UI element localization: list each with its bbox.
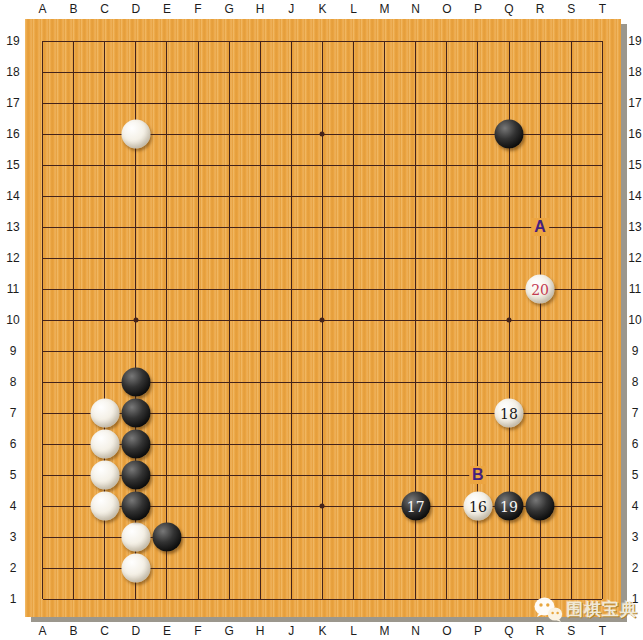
grid-line-horizontal (43, 351, 603, 352)
coord-bottom-O: O (442, 624, 451, 638)
coord-right-9: 9 (632, 344, 639, 358)
move-number: 18 (500, 406, 518, 420)
coord-bottom-P: P (474, 624, 482, 638)
coord-right-13: 13 (628, 220, 641, 234)
move-number: 16 (469, 499, 487, 513)
coord-top-Q: Q (504, 2, 513, 16)
move-number: 19 (500, 499, 518, 513)
coord-left-8: 8 (10, 375, 17, 389)
grid-line-vertical (571, 41, 572, 599)
coord-bottom-L: L (350, 624, 357, 638)
coord-bottom-B: B (70, 624, 78, 638)
coord-bottom-S: S (567, 624, 575, 638)
stone-black-E3[interactable] (152, 523, 181, 552)
variation-label-B[interactable]: B (469, 466, 487, 484)
grid-line-vertical (384, 41, 385, 599)
stone-white-C5[interactable] (90, 461, 119, 490)
move-number: 20 (531, 282, 549, 296)
coord-bottom-R: R (536, 624, 545, 638)
coord-top-M: M (380, 2, 390, 16)
coord-right-15: 15 (628, 158, 641, 172)
variation-label-A[interactable]: A (531, 218, 549, 236)
coord-top-F: F (194, 2, 201, 16)
coord-top-B: B (70, 2, 78, 16)
grid-line-vertical (353, 41, 354, 599)
stone-white-C7[interactable] (90, 399, 119, 428)
coord-right-18: 18 (628, 65, 641, 79)
coord-left-16: 16 (6, 127, 19, 141)
coord-bottom-H: H (256, 624, 265, 638)
coord-left-12: 12 (6, 251, 19, 265)
stone-white-D2[interactable] (121, 554, 150, 583)
coord-top-C: C (100, 2, 109, 16)
stone-white-D3[interactable] (121, 523, 150, 552)
stone-black-D7[interactable] (121, 399, 150, 428)
watermark-text: 围棋宝典 (566, 598, 638, 621)
coord-left-11: 11 (7, 282, 19, 296)
coord-left-13: 13 (6, 220, 19, 234)
coord-left-7: 7 (10, 406, 17, 420)
star-point-D10 (133, 318, 138, 323)
wechat-icon (533, 597, 563, 622)
coord-top-N: N (411, 2, 420, 16)
stone-white-R11[interactable]: 20 (526, 275, 555, 304)
star-point-K10 (320, 318, 325, 323)
coord-left-6: 6 (10, 437, 17, 451)
coord-right-14: 14 (628, 189, 641, 203)
coord-top-D: D (131, 2, 140, 16)
coord-bottom-E: E (163, 624, 171, 638)
coord-top-R: R (536, 2, 545, 16)
stone-black-D6[interactable] (121, 430, 150, 459)
coord-left-10: 10 (6, 313, 19, 327)
coord-bottom-Q: Q (504, 624, 513, 638)
watermark: 围棋宝典 (533, 597, 638, 622)
coord-left-15: 15 (6, 158, 19, 172)
stone-white-C6[interactable] (90, 430, 119, 459)
star-point-K4 (320, 504, 325, 509)
stone-white-D16[interactable] (121, 120, 150, 149)
stone-black-R4[interactable] (526, 492, 555, 521)
coord-top-J: J (288, 2, 294, 16)
coord-right-3: 3 (632, 530, 639, 544)
coord-left-19: 19 (6, 34, 19, 48)
coord-right-10: 10 (628, 313, 641, 327)
stone-black-Q16[interactable] (495, 120, 524, 149)
coord-top-L: L (350, 2, 357, 16)
coord-left-3: 3 (10, 530, 17, 544)
grid-line-vertical (602, 41, 603, 599)
coord-top-K: K (318, 2, 326, 16)
go-diagram-screen: 1618201719AB AABBCCDDEEFFGGHHJJKKLLMMNNO… (0, 0, 643, 640)
move-number: 17 (407, 499, 425, 513)
star-point-K16 (320, 132, 325, 137)
coord-right-5: 5 (632, 468, 639, 482)
stone-black-Q4[interactable]: 19 (495, 492, 524, 521)
stone-white-C4[interactable] (90, 492, 119, 521)
coord-bottom-A: A (38, 624, 46, 638)
coord-right-4: 4 (632, 499, 639, 513)
coord-left-9: 9 (10, 344, 17, 358)
coord-left-14: 14 (6, 189, 19, 203)
grid-line-vertical (446, 41, 447, 599)
coord-right-8: 8 (632, 375, 639, 389)
coord-bottom-C: C (100, 624, 109, 638)
coord-right-11: 11 (629, 282, 641, 296)
coord-top-P: P (474, 2, 482, 16)
coord-top-T: T (599, 2, 606, 16)
coord-bottom-T: T (599, 624, 606, 638)
coord-bottom-G: G (224, 624, 233, 638)
stone-black-D4[interactable] (121, 492, 150, 521)
coord-right-6: 6 (632, 437, 639, 451)
coord-left-1: 1 (10, 592, 17, 606)
coord-bottom-D: D (131, 624, 140, 638)
coord-right-19: 19 (628, 34, 641, 48)
stone-black-D5[interactable] (121, 461, 150, 490)
coord-bottom-M: M (380, 624, 390, 638)
coord-right-7: 7 (632, 406, 639, 420)
coord-left-17: 17 (6, 96, 19, 110)
stone-black-D8[interactable] (121, 368, 150, 397)
coord-top-E: E (163, 2, 171, 16)
coord-top-H: H (256, 2, 265, 16)
coord-left-5: 5 (10, 468, 17, 482)
go-board[interactable]: 1618201719AB (25, 19, 621, 617)
coord-left-4: 4 (10, 499, 17, 513)
coord-right-17: 17 (628, 96, 641, 110)
coord-bottom-K: K (318, 624, 326, 638)
stone-white-P4[interactable]: 16 (463, 492, 492, 521)
coord-left-18: 18 (6, 65, 19, 79)
coord-bottom-J: J (288, 624, 294, 638)
coord-right-2: 2 (632, 561, 639, 575)
coord-right-12: 12 (628, 251, 641, 265)
coord-bottom-F: F (194, 624, 201, 638)
grid-line-horizontal (43, 599, 603, 600)
coord-top-A: A (38, 2, 46, 16)
coord-left-2: 2 (10, 561, 17, 575)
coord-top-O: O (442, 2, 451, 16)
coord-top-S: S (567, 2, 575, 16)
coord-top-G: G (224, 2, 233, 16)
coord-right-16: 16 (628, 127, 641, 141)
coord-bottom-N: N (411, 624, 420, 638)
stone-white-Q7[interactable]: 18 (495, 399, 524, 428)
star-point-Q10 (507, 318, 512, 323)
stone-black-N4[interactable]: 17 (401, 492, 430, 521)
